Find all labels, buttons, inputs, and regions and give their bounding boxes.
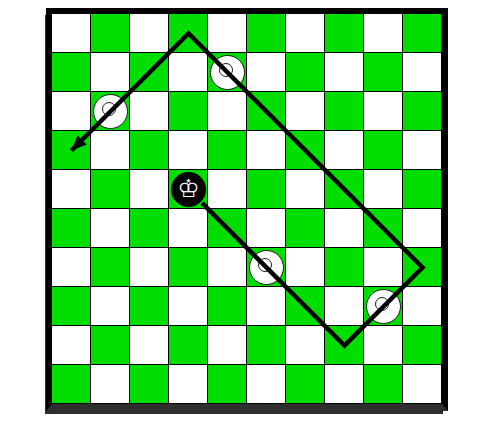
square-r9-c2[interactable] [130, 365, 169, 404]
square-r7-c3[interactable] [169, 287, 208, 326]
square-r8-c5[interactable] [247, 326, 286, 365]
square-r7-c1[interactable] [91, 287, 130, 326]
square-r2-c8[interactable] [364, 92, 403, 131]
square-r0-c4[interactable] [208, 14, 247, 53]
piece-hub-ring [258, 258, 272, 272]
white-man-piece[interactable] [366, 289, 401, 324]
square-r5-c8[interactable] [364, 209, 403, 248]
square-r0-c3[interactable] [169, 14, 208, 53]
square-r2-c0[interactable] [52, 92, 91, 131]
square-r2-c2[interactable] [130, 92, 169, 131]
square-r9-c3[interactable] [169, 365, 208, 404]
square-r1-c2[interactable] [130, 53, 169, 92]
square-r0-c7[interactable] [325, 14, 364, 53]
square-r4-c6[interactable] [286, 170, 325, 209]
square-r2-c5[interactable] [247, 92, 286, 131]
square-r8-c4[interactable] [208, 326, 247, 365]
square-r6-c1[interactable] [91, 248, 130, 287]
square-r5-c5[interactable] [247, 209, 286, 248]
square-r6-c2[interactable] [130, 248, 169, 287]
square-r9-c6[interactable] [286, 365, 325, 404]
square-r9-c4[interactable] [208, 365, 247, 404]
square-r7-c0[interactable] [52, 287, 91, 326]
square-r4-c0[interactable] [52, 170, 91, 209]
square-r7-c2[interactable] [130, 287, 169, 326]
square-r1-c3[interactable] [169, 53, 208, 92]
white-man-piece[interactable] [210, 55, 245, 90]
square-r1-c8[interactable] [364, 53, 403, 92]
square-r3-c4[interactable] [208, 131, 247, 170]
square-r0-c9[interactable] [403, 14, 442, 53]
black-king-piece[interactable]: ♔ [171, 172, 206, 207]
square-r5-c7[interactable] [325, 209, 364, 248]
square-r0-c5[interactable] [247, 14, 286, 53]
square-r6-c4[interactable] [208, 248, 247, 287]
square-r8-c7[interactable] [325, 326, 364, 365]
piece-hub-ring [375, 297, 389, 311]
draughts-board: ♔ [46, 8, 448, 411]
square-r4-c7[interactable] [325, 170, 364, 209]
square-r0-c8[interactable] [364, 14, 403, 53]
square-r4-c4[interactable] [208, 170, 247, 209]
square-r1-c9[interactable] [403, 53, 442, 92]
square-r7-c5[interactable] [247, 287, 286, 326]
square-r8-c2[interactable] [130, 326, 169, 365]
square-r6-c3[interactable] [169, 248, 208, 287]
square-r4-c1[interactable] [91, 170, 130, 209]
square-r8-c9[interactable] [403, 326, 442, 365]
square-r4-c2[interactable] [130, 170, 169, 209]
square-r3-c3[interactable] [169, 131, 208, 170]
square-r6-c7[interactable] [325, 248, 364, 287]
page: ♔ [0, 0, 489, 421]
square-r0-c0[interactable] [52, 14, 91, 53]
square-r6-c8[interactable] [364, 248, 403, 287]
square-r8-c1[interactable] [91, 326, 130, 365]
square-r3-c7[interactable] [325, 131, 364, 170]
square-r1-c6[interactable] [286, 53, 325, 92]
square-r2-c4[interactable] [208, 92, 247, 131]
square-r8-c3[interactable] [169, 326, 208, 365]
square-r4-c9[interactable] [403, 170, 442, 209]
square-r7-c7[interactable] [325, 287, 364, 326]
square-r7-c6[interactable] [286, 287, 325, 326]
square-r3-c0[interactable] [52, 131, 91, 170]
square-r1-c0[interactable] [52, 53, 91, 92]
square-r4-c8[interactable] [364, 170, 403, 209]
square-r3-c5[interactable] [247, 131, 286, 170]
square-r5-c9[interactable] [403, 209, 442, 248]
square-r9-c8[interactable] [364, 365, 403, 404]
square-r1-c7[interactable] [325, 53, 364, 92]
square-r2-c7[interactable] [325, 92, 364, 131]
square-r7-c9[interactable] [403, 287, 442, 326]
square-r5-c3[interactable] [169, 209, 208, 248]
square-r3-c8[interactable] [364, 131, 403, 170]
square-r6-c6[interactable] [286, 248, 325, 287]
square-r5-c1[interactable] [91, 209, 130, 248]
king-crown-icon: ♔ [177, 176, 199, 201]
square-r0-c1[interactable] [91, 14, 130, 53]
square-r9-c9[interactable] [403, 365, 442, 404]
square-r0-c2[interactable] [130, 14, 169, 53]
square-r2-c6[interactable] [286, 92, 325, 131]
square-r8-c6[interactable] [286, 326, 325, 365]
square-r8-c0[interactable] [52, 326, 91, 365]
square-r9-c0[interactable] [52, 365, 91, 404]
square-r5-c4[interactable] [208, 209, 247, 248]
square-r3-c6[interactable] [286, 131, 325, 170]
square-r5-c2[interactable] [130, 209, 169, 248]
square-r2-c3[interactable] [169, 92, 208, 131]
square-r9-c5[interactable] [247, 365, 286, 404]
square-r8-c8[interactable] [364, 326, 403, 365]
square-r2-c9[interactable] [403, 92, 442, 131]
square-r9-c1[interactable] [91, 365, 130, 404]
white-man-piece[interactable] [249, 250, 284, 285]
square-r0-c6[interactable] [286, 14, 325, 53]
square-r7-c4[interactable] [208, 287, 247, 326]
square-r1-c5[interactable] [247, 53, 286, 92]
square-r3-c9[interactable] [403, 131, 442, 170]
square-r4-c5[interactable] [247, 170, 286, 209]
piece-hub-ring [102, 102, 116, 116]
square-r9-c7[interactable] [325, 365, 364, 404]
square-r6-c9[interactable] [403, 248, 442, 287]
square-r1-c1[interactable] [91, 53, 130, 92]
square-r3-c1[interactable] [91, 131, 130, 170]
square-r5-c6[interactable] [286, 209, 325, 248]
board-grid [52, 14, 442, 404]
square-r6-c0[interactable] [52, 248, 91, 287]
square-r5-c0[interactable] [52, 209, 91, 248]
square-r3-c2[interactable] [130, 131, 169, 170]
white-man-piece[interactable] [93, 94, 128, 129]
piece-hub-ring [219, 63, 233, 77]
